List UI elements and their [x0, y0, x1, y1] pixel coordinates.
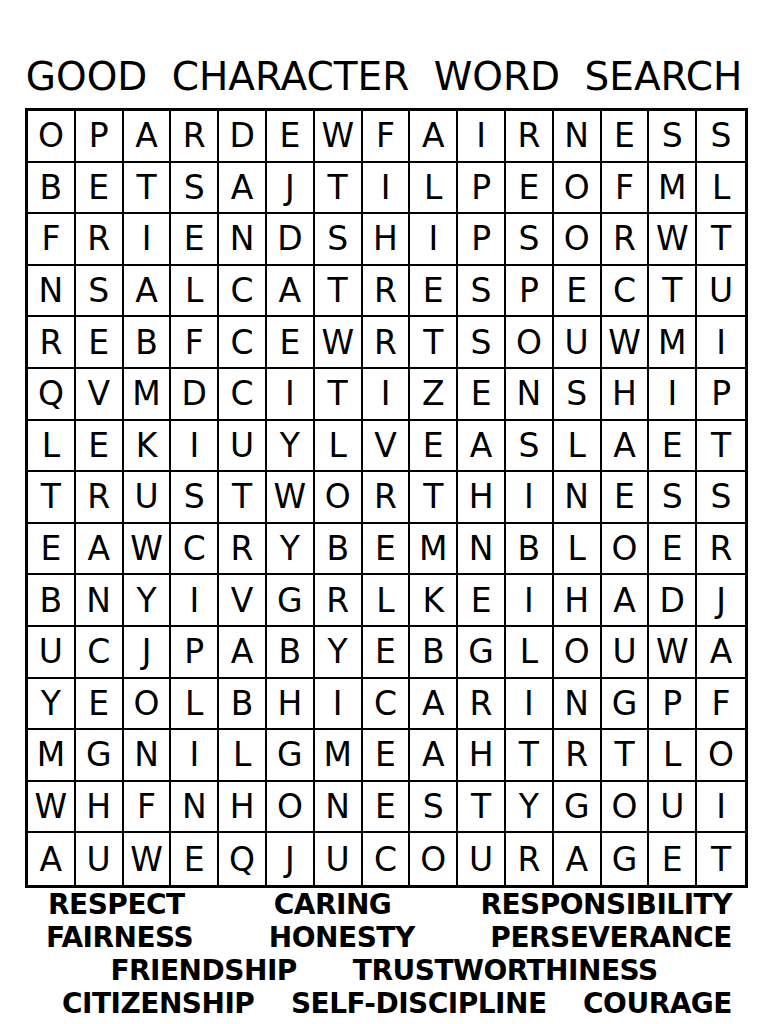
grid-cell-r1c9[interactable]: A [410, 111, 458, 163]
grid-cell-r3c13[interactable]: R [602, 214, 650, 266]
grid-cell-r7c2[interactable]: E [76, 421, 124, 473]
grid-cell-r10c9[interactable]: K [410, 575, 458, 627]
grid-cell-r12c14[interactable]: P [649, 679, 697, 731]
grid-cell-r2c13[interactable]: F [602, 163, 650, 215]
grid-cell-r2c1[interactable]: B [28, 163, 76, 215]
grid-cell-r6c7[interactable]: T [315, 369, 363, 421]
grid-cell-r5c1[interactable]: R [28, 317, 76, 369]
grid-cell-r6c15[interactable]: P [697, 369, 745, 421]
grid-cell-r1c12[interactable]: N [554, 111, 602, 163]
grid-cell-r4c8[interactable]: R [363, 266, 411, 318]
grid-cell-r3c6[interactable]: D [267, 214, 315, 266]
grid-cell-r9c2[interactable]: A [76, 524, 124, 576]
grid-cell-r3c15[interactable]: T [697, 214, 745, 266]
word-list-item: RESPONSIBILITY [480, 888, 732, 921]
grid-cell-r3c2[interactable]: R [76, 214, 124, 266]
word-list-item: TRUSTWORTHINESS [353, 954, 658, 987]
grid-cell-r2c15[interactable]: L [697, 163, 745, 215]
word-search-grid: OPARDEWFAIRNESSBETSAJTILPEOFMLFRIENDSHIP… [25, 108, 748, 888]
grid-cell-r2c3[interactable]: T [124, 163, 172, 215]
grid-cell-r15c2[interactable]: U [76, 833, 124, 885]
grid-cell-r6c9[interactable]: Z [410, 369, 458, 421]
grid-cell-r10c2[interactable]: N [76, 575, 124, 627]
grid-cell-r13c3[interactable]: N [124, 730, 172, 782]
grid-cell-r4c15[interactable]: U [697, 266, 745, 318]
grid-cell-r6c10[interactable]: E [458, 369, 506, 421]
grid-cell-r1c8[interactable]: F [363, 111, 411, 163]
grid-cell-r15c5[interactable]: Q [219, 833, 267, 885]
grid-cell-r6c14[interactable]: I [649, 369, 697, 421]
grid-cell-r14c8[interactable]: E [363, 782, 411, 834]
grid-cell-r10c6[interactable]: G [267, 575, 315, 627]
grid-cell-r8c4[interactable]: S [171, 472, 219, 524]
grid-cell-r9c5[interactable]: R [219, 524, 267, 576]
grid-cell-r8c15[interactable]: S [697, 472, 745, 524]
puzzle-title: GOOD CHARACTER WORD SEARCH [0, 54, 768, 99]
grid-cell-r14c14[interactable]: U [649, 782, 697, 834]
grid-cell-r15c15[interactable]: T [697, 833, 745, 885]
word-list: RESPECTCARINGRESPONSIBILITYFAIRNESSHONES… [0, 888, 768, 1020]
grid-cell-r8c10[interactable]: H [458, 472, 506, 524]
grid-cell-r1c3[interactable]: A [124, 111, 172, 163]
grid-cell-r1c5[interactable]: D [219, 111, 267, 163]
grid-cell-r10c10[interactable]: E [458, 575, 506, 627]
grid-cell-r2c7[interactable]: T [315, 163, 363, 215]
grid-cell-r14c13[interactable]: O [602, 782, 650, 834]
grid-cell-r5c10[interactable]: S [458, 317, 506, 369]
grid-cell-r13c6[interactable]: G [267, 730, 315, 782]
grid-cell-r12c4[interactable]: L [171, 679, 219, 731]
grid-cell-r12c3[interactable]: O [124, 679, 172, 731]
grid-cell-r12c11[interactable]: I [506, 679, 554, 731]
grid-cell-r6c11[interactable]: N [506, 369, 554, 421]
grid-cell-r8c13[interactable]: E [602, 472, 650, 524]
grid-cell-r6c13[interactable]: H [602, 369, 650, 421]
grid-cell-r8c5[interactable]: T [219, 472, 267, 524]
grid-cell-r6c3[interactable]: M [124, 369, 172, 421]
grid-cell-r13c5[interactable]: L [219, 730, 267, 782]
grid-cell-r11c8[interactable]: E [363, 627, 411, 679]
grid-cell-r10c14[interactable]: D [649, 575, 697, 627]
grid-cell-r13c2[interactable]: G [76, 730, 124, 782]
grid-cell-r12c15[interactable]: F [697, 679, 745, 731]
grid-cell-r6c12[interactable]: S [554, 369, 602, 421]
grid-cell-r1c4[interactable]: R [171, 111, 219, 163]
grid-cell-r7c14[interactable]: E [649, 421, 697, 473]
grid-cell-r3c4[interactable]: E [171, 214, 219, 266]
grid-cell-r3c11[interactable]: S [506, 214, 554, 266]
grid-cell-r8c14[interactable]: S [649, 472, 697, 524]
grid-cell-r12c2[interactable]: E [76, 679, 124, 731]
grid-cell-r6c8[interactable]: I [363, 369, 411, 421]
word-list-line-4: CITIZENSHIPSELF-DISCIPLINECOURAGE [0, 987, 768, 1020]
grid-cell-r7c8[interactable]: V [363, 421, 411, 473]
grid-cell-r3c12[interactable]: O [554, 214, 602, 266]
grid-cell-r2c8[interactable]: I [363, 163, 411, 215]
grid-cell-r2c11[interactable]: E [506, 163, 554, 215]
word-list-item: COURAGE [583, 987, 732, 1020]
word-list-line-3: FRIENDSHIPTRUSTWORTHINESS [0, 954, 768, 987]
grid-cell-r1c11[interactable]: R [506, 111, 554, 163]
grid-cell-r12c7[interactable]: I [315, 679, 363, 731]
grid-cell-r15c3[interactable]: W [124, 833, 172, 885]
grid-cell-r4c10[interactable]: S [458, 266, 506, 318]
grid-cell-r1c2[interactable]: P [76, 111, 124, 163]
grid-cell-r13c14[interactable]: L [649, 730, 697, 782]
grid-cell-r3c10[interactable]: P [458, 214, 506, 266]
grid-cell-r13c10[interactable]: H [458, 730, 506, 782]
grid-cell-r12c13[interactable]: G [602, 679, 650, 731]
grid-cell-r7c1[interactable]: L [28, 421, 76, 473]
grid-cell-r5c4[interactable]: F [171, 317, 219, 369]
grid-cell-r10c1[interactable]: B [28, 575, 76, 627]
grid-cell-r5c9[interactable]: T [410, 317, 458, 369]
grid-cell-r6c1[interactable]: Q [28, 369, 76, 421]
grid-cell-r2c2[interactable]: E [76, 163, 124, 215]
grid-cell-r3c7[interactable]: S [315, 214, 363, 266]
word-list-line-2: FAIRNESSHONESTYPERSEVERANCE [0, 921, 768, 954]
grid-cell-r14c2[interactable]: H [76, 782, 124, 834]
grid-cell-r4c12[interactable]: E [554, 266, 602, 318]
grid-cell-r1c14[interactable]: S [649, 111, 697, 163]
grid-cell-r3c5[interactable]: N [219, 214, 267, 266]
grid-cell-r4c11[interactable]: P [506, 266, 554, 318]
grid-cell-r8c6[interactable]: W [267, 472, 315, 524]
grid-cell-r9c3[interactable]: W [124, 524, 172, 576]
grid-cell-r1c10[interactable]: I [458, 111, 506, 163]
grid-cell-r4c6[interactable]: A [267, 266, 315, 318]
grid-cell-r9c14[interactable]: E [649, 524, 697, 576]
grid-cell-r15c13[interactable]: G [602, 833, 650, 885]
grid-cell-r9c10[interactable]: N [458, 524, 506, 576]
grid-cell-r10c11[interactable]: I [506, 575, 554, 627]
grid-cell-r4c5[interactable]: C [219, 266, 267, 318]
grid-cell-r7c12[interactable]: L [554, 421, 602, 473]
grid-cell-r10c8[interactable]: L [363, 575, 411, 627]
grid-cell-r7c5[interactable]: U [219, 421, 267, 473]
grid-cell-r9c6[interactable]: Y [267, 524, 315, 576]
grid-cell-r15c11[interactable]: R [506, 833, 554, 885]
word-list-item: PERSEVERANCE [490, 921, 732, 954]
word-list-item: FRIENDSHIP [110, 954, 296, 987]
grid-cell-r4c9[interactable]: E [410, 266, 458, 318]
grid-cell-r13c11[interactable]: T [506, 730, 554, 782]
grid-cell-r8c2[interactable]: R [76, 472, 124, 524]
grid-cell-r2c9[interactable]: L [410, 163, 458, 215]
grid-cell-r13c9[interactable]: A [410, 730, 458, 782]
grid-cell-r13c8[interactable]: E [363, 730, 411, 782]
grid-cell-r15c14[interactable]: E [649, 833, 697, 885]
grid-cell-r5c15[interactable]: I [697, 317, 745, 369]
grid-cell-r11c5[interactable]: A [219, 627, 267, 679]
grid-cell-r7c15[interactable]: T [697, 421, 745, 473]
grid-cell-r5c6[interactable]: E [267, 317, 315, 369]
word-list-item: CARING [274, 888, 392, 921]
grid-cell-r3c3[interactable]: I [124, 214, 172, 266]
grid-cell-r15c1[interactable]: A [28, 833, 76, 885]
grid-cell-r10c15[interactable]: J [697, 575, 745, 627]
grid-cell-r5c3[interactable]: B [124, 317, 172, 369]
grid-cell-r10c7[interactable]: R [315, 575, 363, 627]
grid-cell-r13c7[interactable]: M [315, 730, 363, 782]
grid-cell-r7c6[interactable]: Y [267, 421, 315, 473]
word-list-line-1: RESPECTCARINGRESPONSIBILITY [0, 888, 768, 921]
grid-cell-r9c13[interactable]: O [602, 524, 650, 576]
word-list-item: CITIZENSHIP [62, 987, 254, 1020]
grid-cell-r10c5[interactable]: V [219, 575, 267, 627]
grid-cell-r11c3[interactable]: J [124, 627, 172, 679]
grid-cell-r3c1[interactable]: F [28, 214, 76, 266]
grid-cell-r11c11[interactable]: L [506, 627, 554, 679]
grid-cell-r2c10[interactable]: P [458, 163, 506, 215]
grid-cell-r4c14[interactable]: T [649, 266, 697, 318]
grid-cell-r11c14[interactable]: W [649, 627, 697, 679]
grid-cell-r5c2[interactable]: E [76, 317, 124, 369]
grid-cell-r10c3[interactable]: Y [124, 575, 172, 627]
grid-cell-r12c1[interactable]: Y [28, 679, 76, 731]
grid-cell-r9c12[interactable]: L [554, 524, 602, 576]
grid-cell-r6c4[interactable]: D [171, 369, 219, 421]
grid-cell-r14c7[interactable]: N [315, 782, 363, 834]
grid-cell-r15c7[interactable]: U [315, 833, 363, 885]
grid-cell-r9c4[interactable]: C [171, 524, 219, 576]
grid-cell-r14c6[interactable]: O [267, 782, 315, 834]
grid-cell-r7c13[interactable]: A [602, 421, 650, 473]
grid-cell-r5c7[interactable]: W [315, 317, 363, 369]
grid-cell-r3c8[interactable]: H [363, 214, 411, 266]
grid-cell-r13c15[interactable]: O [697, 730, 745, 782]
word-search-page: GOOD CHARACTER WORD SEARCH OPARDEWFAIRNE… [0, 0, 768, 1024]
grid-cell-r4c7[interactable]: T [315, 266, 363, 318]
grid-cell-r11c10[interactable]: G [458, 627, 506, 679]
grid-cell-r12c10[interactable]: R [458, 679, 506, 731]
grid-cell-r8c8[interactable]: R [363, 472, 411, 524]
grid-cell-r14c3[interactable]: F [124, 782, 172, 834]
grid-cell-r10c13[interactable]: A [602, 575, 650, 627]
grid-cell-r8c12[interactable]: N [554, 472, 602, 524]
grid-cell-r2c12[interactable]: O [554, 163, 602, 215]
grid-cell-r1c7[interactable]: W [315, 111, 363, 163]
grid-cell-r8c7[interactable]: O [315, 472, 363, 524]
grid-cell-r9c8[interactable]: E [363, 524, 411, 576]
grid-cell-r14c4[interactable]: N [171, 782, 219, 834]
grid-cell-r12c9[interactable]: A [410, 679, 458, 731]
grid-cell-r9c1[interactable]: E [28, 524, 76, 576]
word-list-item: FAIRNESS [46, 921, 193, 954]
grid-cell-r11c9[interactable]: B [410, 627, 458, 679]
word-list-item: HONESTY [269, 921, 415, 954]
grid-cell-r5c11[interactable]: O [506, 317, 554, 369]
grid-cell-r12c12[interactable]: N [554, 679, 602, 731]
grid-cell-r14c15[interactable]: I [697, 782, 745, 834]
grid-cell-r7c11[interactable]: S [506, 421, 554, 473]
grid-cell-r14c5[interactable]: H [219, 782, 267, 834]
grid-cell-r7c4[interactable]: I [171, 421, 219, 473]
grid-cell-r6c6[interactable]: I [267, 369, 315, 421]
grid-cell-r4c3[interactable]: A [124, 266, 172, 318]
grid-cell-r5c13[interactable]: W [602, 317, 650, 369]
grid-cell-r7c10[interactable]: A [458, 421, 506, 473]
grid-cell-r2c14[interactable]: M [649, 163, 697, 215]
grid-cell-r9c15[interactable]: R [697, 524, 745, 576]
grid-cell-r10c12[interactable]: H [554, 575, 602, 627]
grid-cell-r13c1[interactable]: M [28, 730, 76, 782]
grid-cell-r15c8[interactable]: C [363, 833, 411, 885]
grid-cell-r12c8[interactable]: C [363, 679, 411, 731]
grid-cell-r8c3[interactable]: U [124, 472, 172, 524]
grid-cell-r15c10[interactable]: U [458, 833, 506, 885]
grid-cell-r11c1[interactable]: U [28, 627, 76, 679]
grid-cell-r13c4[interactable]: I [171, 730, 219, 782]
word-list-item: RESPECT [48, 888, 185, 921]
grid-cell-r4c2[interactable]: S [76, 266, 124, 318]
grid-cell-r12c6[interactable]: H [267, 679, 315, 731]
grid-cell-r13c13[interactable]: T [602, 730, 650, 782]
grid-cell-r9c7[interactable]: B [315, 524, 363, 576]
grid-cell-r3c14[interactable]: W [649, 214, 697, 266]
grid-cell-r15c6[interactable]: J [267, 833, 315, 885]
grid-cell-r11c4[interactable]: P [171, 627, 219, 679]
grid-cell-r7c3[interactable]: K [124, 421, 172, 473]
grid-cell-r5c5[interactable]: C [219, 317, 267, 369]
grid-cell-r15c9[interactable]: O [410, 833, 458, 885]
grid-cell-r11c15[interactable]: A [697, 627, 745, 679]
grid-cell-r3c9[interactable]: I [410, 214, 458, 266]
grid-cell-r5c8[interactable]: R [363, 317, 411, 369]
grid-cell-r4c1[interactable]: N [28, 266, 76, 318]
grid-cell-r4c13[interactable]: C [602, 266, 650, 318]
grid-cell-r2c4[interactable]: S [171, 163, 219, 215]
grid-cell-r1c1[interactable]: O [28, 111, 76, 163]
grid-cell-r15c12[interactable]: A [554, 833, 602, 885]
grid-cell-r1c15[interactable]: S [697, 111, 745, 163]
grid-cell-r14c12[interactable]: G [554, 782, 602, 834]
grid-cell-r8c11[interactable]: I [506, 472, 554, 524]
grid-cell-r8c9[interactable]: T [410, 472, 458, 524]
grid-cell-r13c12[interactable]: R [554, 730, 602, 782]
grid-cell-r9c11[interactable]: B [506, 524, 554, 576]
word-list-item: SELF-DISCIPLINE [291, 987, 547, 1020]
grid-cell-r14c1[interactable]: W [28, 782, 76, 834]
grid-cell-r11c2[interactable]: C [76, 627, 124, 679]
grid-cell-r6c2[interactable]: V [76, 369, 124, 421]
grid-cell-r14c11[interactable]: Y [506, 782, 554, 834]
grid-cell-r1c13[interactable]: E [602, 111, 650, 163]
grid-cell-r10c4[interactable]: I [171, 575, 219, 627]
grid-cell-r9c9[interactable]: M [410, 524, 458, 576]
grid-cell-r11c7[interactable]: Y [315, 627, 363, 679]
grid-cell-r14c10[interactable]: T [458, 782, 506, 834]
grid-cell-r7c7[interactable]: L [315, 421, 363, 473]
grid-cell-r2c5[interactable]: A [219, 163, 267, 215]
grid-cell-r5c12[interactable]: U [554, 317, 602, 369]
grid-cell-r1c6[interactable]: E [267, 111, 315, 163]
grid-cell-r7c9[interactable]: E [410, 421, 458, 473]
grid-cell-r11c12[interactable]: O [554, 627, 602, 679]
grid-cell-r12c5[interactable]: B [219, 679, 267, 731]
grid-cell-r15c4[interactable]: E [171, 833, 219, 885]
grid-cell-r14c9[interactable]: S [410, 782, 458, 834]
grid-cell-r11c13[interactable]: U [602, 627, 650, 679]
grid-cell-r5c14[interactable]: M [649, 317, 697, 369]
grid-cell-r8c1[interactable]: T [28, 472, 76, 524]
grid-cell-r6c5[interactable]: C [219, 369, 267, 421]
grid-cell-r2c6[interactable]: J [267, 163, 315, 215]
grid-cell-r4c4[interactable]: L [171, 266, 219, 318]
grid-cell-r11c6[interactable]: B [267, 627, 315, 679]
